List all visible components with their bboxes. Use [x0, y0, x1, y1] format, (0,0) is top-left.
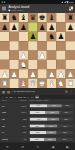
explorer-move: d3	[0, 125, 12, 128]
draw-segment: 28%	[44, 138, 56, 141]
black-rook: ♜	[67, 14, 74, 22]
square-g8[interactable]	[56, 13, 65, 22]
square-f6[interactable]: ♞	[47, 32, 56, 41]
notification-icon	[2, 1, 3, 2]
move-token[interactable]: e4	[31, 96, 34, 99]
square-g5[interactable]	[56, 41, 65, 50]
move-number: 3.	[28, 96, 30, 99]
draw-segment: 32%	[46, 111, 60, 114]
white-win-segment: 35%	[30, 124, 45, 127]
black-win-segment: 38%	[57, 131, 73, 134]
square-e3[interactable]	[38, 60, 47, 69]
result-bar: 33%28%39%	[30, 138, 73, 141]
white-pawn: ♟	[20, 51, 27, 59]
bottom-bar: ≡⇄✎◀▶	[0, 143, 75, 150]
white-to-move-icon	[8, 9, 10, 11]
square-g7[interactable]	[56, 22, 65, 31]
white-pawn: ♟	[1, 70, 8, 78]
square-b8[interactable]: ♞	[9, 13, 18, 22]
explorer-row-Nge2[interactable]: Nge25833%28%39%	[0, 136, 75, 143]
move-token[interactable]: d6	[35, 96, 39, 99]
result-bar: 35%29%36%	[30, 124, 73, 127]
square-a5[interactable]	[0, 41, 9, 50]
square-b3[interactable]	[9, 60, 18, 69]
black-king: ♚	[39, 14, 46, 22]
square-c1[interactable]: ♝	[19, 79, 28, 88]
square-h2[interactable]: ♟	[66, 69, 75, 78]
square-g6[interactable]: ♟	[56, 32, 65, 41]
explorer-games: 633	[12, 118, 26, 121]
black-bishop: ♝	[48, 14, 55, 22]
white-knight: ♞	[20, 61, 27, 69]
white-bishop: ♝	[48, 80, 55, 88]
square-g3[interactable]	[56, 60, 65, 69]
black-pawn: ♟	[20, 23, 27, 31]
draw-segment: 24%	[46, 131, 56, 134]
column-games: Games	[12, 100, 26, 102]
square-e5[interactable]	[38, 41, 47, 50]
move-token[interactable]: Nc3	[18, 96, 22, 99]
chess-board[interactable]: ♜♞♝♛♚♝♜♟♟♟♟♟♟♟♞♟♟♟♞♟♟♟♟♟♟♜♝♛♚♝♞♜	[0, 13, 75, 88]
explorer-row-Nf3[interactable]: Nf3150437%32%31%	[0, 109, 75, 116]
white-rook: ♜	[1, 80, 8, 88]
explorer-games: 121	[12, 131, 26, 134]
white-win-segment: 33%	[30, 138, 44, 141]
draw-segment: 27%	[47, 118, 59, 121]
white-king: ♚	[39, 80, 46, 88]
white-win-segment: 41%	[30, 118, 48, 121]
black-queen: ♛	[29, 14, 36, 22]
square-f8[interactable]: ♝	[47, 13, 56, 22]
black-pawn: ♟	[1, 23, 8, 31]
square-h7[interactable]: ♟	[66, 22, 75, 31]
square-h5[interactable]	[66, 41, 75, 50]
black-pawn: ♟	[39, 23, 46, 31]
app-bar: Analysis board White plays	[0, 4, 75, 13]
move-token[interactable]: c4	[5, 96, 8, 99]
white-pawn: ♟	[39, 51, 46, 59]
explorer-row-g3[interactable]: g363341%27%32%	[0, 116, 75, 123]
square-e4[interactable]: ♟	[38, 51, 47, 60]
square-g4[interactable]	[56, 51, 65, 60]
clock-text: 2:30	[69, 1, 73, 3]
square-f2[interactable]: ♟	[47, 69, 56, 78]
square-c2[interactable]	[19, 69, 28, 78]
menu-icon[interactable]: ≡	[6, 145, 9, 148]
square-f5[interactable]	[47, 41, 56, 50]
explorer-row-f4[interactable]: f412138%24%38%	[0, 129, 75, 136]
phone-screen: 2:30 Analysis board White plays ♜♞♝♛♚♝♜♟…	[0, 0, 75, 150]
square-c3[interactable]: ♞	[19, 60, 28, 69]
square-b7[interactable]: ♟	[9, 22, 18, 31]
white-pawn: ♟	[58, 70, 65, 78]
black-win-segment: 31%	[60, 111, 73, 114]
square-h6[interactable]	[66, 32, 75, 41]
square-g2[interactable]: ♟	[56, 69, 65, 78]
explorer-move: g3	[0, 118, 12, 121]
move-token[interactable]: g6	[24, 96, 27, 99]
engine-bar: ▦ ▤ A16 English Opening ⚙ ⋮	[0, 88, 75, 95]
white-queen: ♛	[29, 80, 36, 88]
notification-icons	[2, 1, 6, 2]
square-h1[interactable]: ♜	[66, 79, 75, 88]
square-e2[interactable]	[38, 69, 47, 78]
side-to-move-label: White plays	[11, 9, 22, 12]
square-d6[interactable]: ♟	[28, 32, 37, 41]
wifi-icon	[64, 1, 66, 3]
square-a6[interactable]	[0, 32, 9, 41]
square-c5[interactable]	[19, 41, 28, 50]
black-pawn: ♟	[11, 23, 18, 31]
signal-icon	[61, 1, 63, 3]
square-h4[interactable]	[66, 51, 75, 60]
square-d2[interactable]: ♟	[28, 69, 37, 78]
square-a7[interactable]: ♟	[0, 22, 9, 31]
white-knight: ♞	[58, 80, 65, 88]
black-bishop: ♝	[20, 14, 27, 22]
square-b2[interactable]: ♟	[9, 69, 18, 78]
square-a3[interactable]	[0, 60, 9, 69]
square-g1[interactable]: ♞	[56, 79, 65, 88]
white-pawn: ♟	[11, 70, 18, 78]
black-win-segment: 39%	[56, 138, 73, 141]
black-rook: ♜	[1, 14, 8, 22]
result-bar: 37%32%31%	[30, 111, 73, 114]
opening-explorer: Move Games White / Draws / Black d431904…	[0, 99, 75, 143]
square-b5[interactable]	[9, 41, 18, 50]
square-f7[interactable]: ♟	[47, 22, 56, 31]
square-a1[interactable]: ♜	[0, 79, 9, 88]
draw-segment: 34%	[47, 104, 62, 107]
board-editor-icon[interactable]	[69, 7, 73, 11]
explorer-move: Nf3	[0, 111, 12, 114]
notification-icon	[4, 1, 5, 2]
black-pawn: ♟	[48, 23, 55, 31]
move-number: 1.	[2, 96, 4, 99]
square-c8[interactable]: ♝	[19, 13, 28, 22]
explorer-row-d4[interactable]: d4319040%34%26%	[0, 103, 75, 110]
explorer-row-d3[interactable]: d327435%29%36%	[0, 123, 75, 130]
black-pawn: ♟	[58, 33, 65, 41]
square-a2[interactable]: ♟	[0, 69, 9, 78]
square-f1[interactable]: ♝	[47, 79, 56, 88]
edit-icon[interactable]: ✎	[36, 145, 39, 148]
white-win-segment: 40%	[30, 104, 47, 107]
move-token[interactable]: Nf6	[9, 96, 13, 99]
column-result: White / Draws / Black	[26, 100, 75, 102]
square-d7[interactable]	[28, 22, 37, 31]
square-d3[interactable]	[28, 60, 37, 69]
black-pawn: ♟	[29, 33, 36, 41]
square-c4[interactable]: ♟	[19, 51, 28, 60]
settings-gear-icon[interactable]: ⚙	[65, 90, 68, 93]
square-b4[interactable]	[9, 51, 18, 60]
battery-icon	[67, 1, 68, 3]
square-a4[interactable]	[0, 51, 9, 60]
move-number: 2.	[14, 96, 16, 99]
explorer-games: 58	[12, 138, 26, 141]
overflow-icon[interactable]: ⋮	[70, 90, 73, 93]
explorer-move: Nge2	[0, 138, 12, 141]
black-win-segment: 36%	[57, 124, 73, 127]
explorer-games: 3190	[12, 104, 26, 107]
white-pawn: ♟	[48, 70, 55, 78]
square-e7[interactable]: ♟	[38, 22, 47, 31]
square-e8[interactable]: ♚	[38, 13, 47, 22]
menu-icon[interactable]	[2, 7, 6, 10]
black-win-segment: 26%	[62, 104, 73, 107]
white-pawn: ♟	[67, 70, 74, 78]
forward-icon[interactable]: ▶	[66, 145, 69, 148]
black-knight: ♞	[11, 14, 18, 22]
flip-board-icon[interactable]: ⇄	[21, 145, 24, 148]
black-pawn: ♟	[67, 23, 74, 31]
square-e1[interactable]: ♚	[38, 79, 47, 88]
square-c6[interactable]	[19, 32, 28, 41]
square-f4[interactable]	[47, 51, 56, 60]
black-win-segment: 32%	[59, 118, 73, 121]
white-rook: ♜	[67, 80, 74, 88]
square-b1[interactable]	[9, 79, 18, 88]
black-knight: ♞	[48, 33, 55, 41]
square-e6[interactable]	[38, 32, 47, 41]
white-bishop: ♝	[20, 80, 27, 88]
explorer-games: 1504	[12, 111, 26, 114]
white-win-segment: 38%	[30, 131, 46, 134]
square-d5[interactable]	[28, 41, 37, 50]
result-bar: 38%24%38%	[30, 131, 73, 134]
white-pawn: ♟	[29, 70, 36, 78]
square-h3[interactable]	[66, 60, 75, 69]
result-bar: 40%34%26%	[30, 104, 73, 107]
explorer-move: d4	[0, 104, 12, 107]
square-h8[interactable]: ♜	[66, 13, 75, 22]
result-bar: 41%27%32%	[30, 118, 73, 121]
white-win-segment: 37%	[30, 111, 46, 114]
square-a8[interactable]: ♜	[0, 13, 9, 22]
opening-book-icon[interactable]: ▤	[7, 90, 10, 93]
column-move: Move	[0, 100, 12, 102]
back-icon[interactable]: ◀	[51, 145, 54, 148]
square-d4[interactable]	[28, 51, 37, 60]
square-f3[interactable]	[47, 60, 56, 69]
square-d1[interactable]: ♛	[28, 79, 37, 88]
explorer-move: f4	[0, 131, 12, 134]
explorer-games: 274	[12, 125, 26, 128]
square-d8[interactable]: ♛	[28, 13, 37, 22]
draw-segment: 29%	[45, 124, 58, 127]
engine-icon[interactable]: ▦	[2, 90, 5, 93]
square-b6[interactable]	[9, 32, 18, 41]
opening-name: A16 English Opening	[12, 90, 63, 93]
square-c7[interactable]: ♟	[19, 22, 28, 31]
